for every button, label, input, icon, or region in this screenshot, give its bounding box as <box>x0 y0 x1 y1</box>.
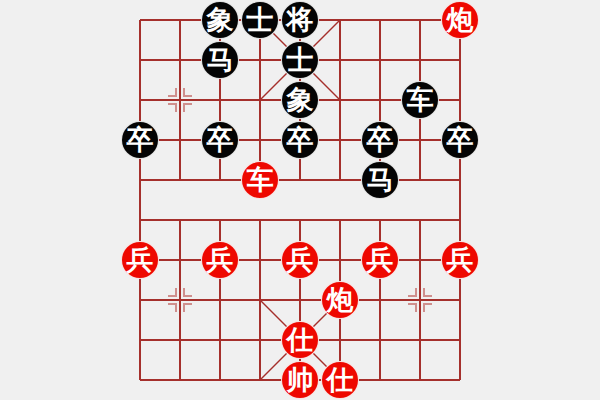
piece-black-soldier[interactable]: 卒 <box>281 121 319 159</box>
piece-black-elephant[interactable]: 象 <box>281 81 319 119</box>
piece-black-elephant[interactable]: 象 <box>201 1 239 39</box>
piece-black-soldier[interactable]: 卒 <box>201 121 239 159</box>
piece-red-chariot[interactable]: 车 <box>241 161 279 199</box>
piece-black-soldier[interactable]: 卒 <box>121 121 159 159</box>
piece-red-cannon[interactable]: 炮 <box>321 281 359 319</box>
piece-black-horse[interactable]: 马 <box>201 41 239 79</box>
piece-black-advisor[interactable]: 士 <box>241 1 279 39</box>
piece-red-soldier[interactable]: 兵 <box>361 241 399 279</box>
piece-red-soldier[interactable]: 兵 <box>121 241 159 279</box>
piece-black-general[interactable]: 将 <box>281 1 319 39</box>
piece-red-cannon[interactable]: 炮 <box>441 1 479 39</box>
piece-black-horse[interactable]: 马 <box>361 161 399 199</box>
piece-black-soldier[interactable]: 卒 <box>441 121 479 159</box>
pieces-layer: 象士将炮马士象车卒卒卒卒卒车马兵兵兵兵兵炮仕帅仕 <box>120 0 480 400</box>
piece-red-soldier[interactable]: 兵 <box>441 241 479 279</box>
piece-red-advisor[interactable]: 仕 <box>281 321 319 359</box>
piece-red-soldier[interactable]: 兵 <box>201 241 239 279</box>
piece-red-soldier[interactable]: 兵 <box>281 241 319 279</box>
xiangqi-board: 象士将炮马士象车卒卒卒卒卒车马兵兵兵兵兵炮仕帅仕 <box>0 0 600 400</box>
piece-black-advisor[interactable]: 士 <box>281 41 319 79</box>
piece-black-chariot[interactable]: 车 <box>401 81 439 119</box>
piece-black-soldier[interactable]: 卒 <box>361 121 399 159</box>
piece-red-advisor[interactable]: 仕 <box>321 361 359 399</box>
piece-red-general[interactable]: 帅 <box>281 361 319 399</box>
